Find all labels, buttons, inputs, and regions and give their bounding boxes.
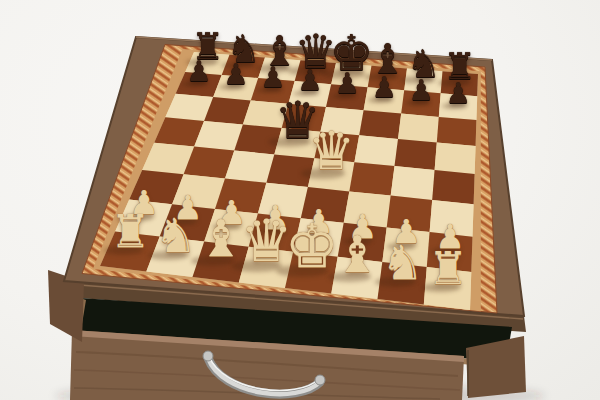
square-g1 <box>378 262 427 305</box>
square-e1 <box>285 252 338 294</box>
square-f4 <box>349 162 394 195</box>
square-f6 <box>359 110 401 139</box>
square-d4 <box>266 154 314 187</box>
square-f8 <box>368 66 407 90</box>
square-d3 <box>258 183 308 218</box>
square-d8 <box>295 60 336 84</box>
chess-box <box>0 0 600 400</box>
handle-mount-left <box>203 351 213 361</box>
square-h2 <box>427 232 473 272</box>
square-g2 <box>382 228 429 267</box>
square-h3 <box>430 200 474 237</box>
square-h6 <box>437 117 477 146</box>
board-top <box>64 37 524 316</box>
product-photo-stage: ♜♞♝♛♚♝♞♜♟♟♟♟♟♟♟♟♛♛♟♟♟♟♟♟♟♟♜♞♝♛♚♝♞♜ <box>0 0 600 400</box>
square-f3 <box>344 191 391 227</box>
square-e5 <box>314 132 359 163</box>
square-e7 <box>326 84 368 110</box>
square-g8 <box>404 69 442 94</box>
square-e2 <box>293 218 344 257</box>
square-e8 <box>331 63 371 87</box>
square-f2 <box>338 223 387 262</box>
square-g7 <box>401 90 441 117</box>
square-f1 <box>331 257 382 299</box>
square-h1 <box>424 267 472 310</box>
square-g4 <box>391 166 435 200</box>
square-f7 <box>364 87 405 113</box>
square-h5 <box>435 142 476 174</box>
square-b8 <box>222 55 265 78</box>
square-d7 <box>288 81 331 107</box>
square-c8 <box>258 58 300 82</box>
square-c6 <box>243 100 289 128</box>
square-h7 <box>439 93 477 120</box>
square-g3 <box>387 196 433 233</box>
square-g5 <box>395 139 437 170</box>
square-c7 <box>251 78 295 104</box>
square-e4 <box>308 158 355 191</box>
square-h8 <box>441 71 478 96</box>
square-d2 <box>249 214 301 252</box>
square-e3 <box>301 187 350 223</box>
square-e6 <box>320 107 363 135</box>
square-d5 <box>274 128 320 158</box>
handle-mount-right <box>315 375 325 385</box>
square-g6 <box>398 114 439 143</box>
square-f5 <box>354 135 398 166</box>
square-h4 <box>432 170 474 204</box>
square-d6 <box>282 104 326 132</box>
